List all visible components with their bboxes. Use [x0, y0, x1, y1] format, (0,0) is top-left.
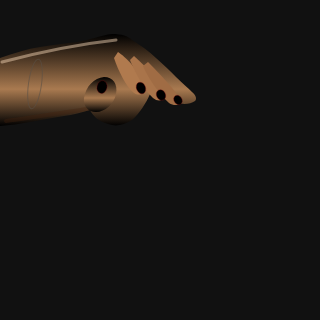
thumb	[0, 0, 320, 320]
photo-stage	[0, 0, 320, 320]
